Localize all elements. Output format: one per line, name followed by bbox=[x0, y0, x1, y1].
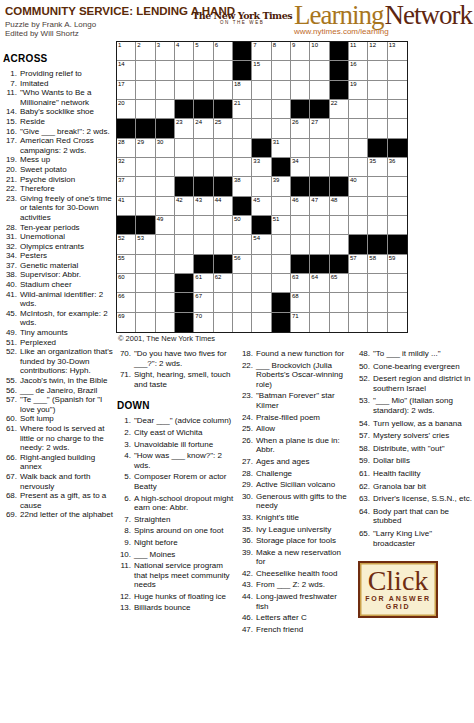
cell-r6c1[interactable]: 28 bbox=[117, 139, 136, 158]
cell-r8c15[interactable] bbox=[388, 177, 407, 196]
cell-r7c11[interactable] bbox=[310, 158, 329, 177]
clue-text: Composer Rorem or actor Beatty bbox=[134, 472, 236, 491]
clue-number: 6. bbox=[117, 494, 131, 513]
clue-57: 57."Te ___" (Spanish for "I love you") bbox=[3, 395, 115, 414]
clue-number: 36. bbox=[239, 536, 253, 546]
cell-r7c6[interactable] bbox=[214, 158, 233, 177]
cell-r9c5[interactable]: 43 bbox=[194, 197, 213, 216]
cell-r7c10[interactable]: 34 bbox=[291, 158, 310, 177]
cell-r1c1[interactable]: 1 bbox=[117, 42, 136, 61]
cell-r12c2[interactable] bbox=[136, 255, 155, 274]
cell-r13c5[interactable]: 61 bbox=[194, 274, 213, 293]
cell-r12c14[interactable]: 58 bbox=[368, 255, 387, 274]
cell-r6c4[interactable] bbox=[175, 139, 194, 158]
cell-r6c7[interactable] bbox=[233, 139, 252, 158]
cell-r15c14[interactable] bbox=[368, 313, 387, 332]
clue-6: 6.A high-school dropout might earn one: … bbox=[117, 494, 236, 513]
cell-r5c4[interactable]: 23 bbox=[175, 119, 194, 138]
clue-number: 38. bbox=[3, 270, 17, 280]
clue-number: 46. bbox=[239, 613, 253, 623]
cell-r13c3[interactable] bbox=[156, 274, 175, 293]
clue-text: "Give ___ break!": 2 wds. bbox=[20, 127, 115, 137]
cell-r12c15[interactable]: 59 bbox=[388, 255, 407, 274]
cell-r6c12[interactable] bbox=[330, 139, 349, 158]
cell-number: 32 bbox=[118, 158, 125, 165]
cell-r10c14[interactable] bbox=[368, 216, 387, 235]
clue-text: 22nd letter of the alphabet bbox=[20, 510, 115, 520]
cell-r14c2[interactable] bbox=[136, 293, 155, 312]
cell-number: 15 bbox=[253, 61, 260, 68]
black-cell-r5c1 bbox=[117, 119, 136, 138]
cell-r11c11[interactable] bbox=[310, 235, 329, 254]
clue-52: 52.Like an organization that's funded by… bbox=[3, 347, 115, 376]
cell-r3c6[interactable] bbox=[214, 81, 233, 100]
cell-r13c14[interactable] bbox=[368, 274, 387, 293]
clue-text: Present as a gift, as to a cause bbox=[20, 491, 115, 510]
cell-r5c12[interactable] bbox=[330, 119, 349, 138]
cell-r15c6[interactable] bbox=[214, 313, 233, 332]
black-cell-r10c8 bbox=[252, 216, 271, 235]
clue-4: 4."How was ___ know?": 2 wds. bbox=[117, 451, 236, 470]
cell-r7c12[interactable] bbox=[330, 158, 349, 177]
cell-r2c6[interactable] bbox=[214, 61, 233, 80]
down-clues-part2: 18.Found a new function for22.___ Brocko… bbox=[239, 349, 351, 634]
clue-text: Where food is served at little or no cha… bbox=[20, 424, 115, 453]
clue-18: 18.Found a new function for bbox=[239, 349, 351, 359]
cell-r2c3[interactable] bbox=[156, 61, 175, 80]
cell-r13c13[interactable] bbox=[349, 274, 368, 293]
clue-23: 23.Giving freely of one's time or talent… bbox=[3, 194, 115, 223]
cell-r5c8[interactable] bbox=[252, 119, 271, 138]
cell-number: 28 bbox=[118, 139, 125, 146]
cell-r9c1[interactable]: 41 bbox=[117, 197, 136, 216]
cell-r13c6[interactable]: 62 bbox=[214, 274, 233, 293]
cell-number: 11 bbox=[350, 42, 356, 49]
cell-r10c9[interactable]: 51 bbox=[272, 216, 291, 235]
cell-r13c12[interactable]: 65 bbox=[330, 274, 349, 293]
cell-r1c8[interactable]: 7 bbox=[252, 42, 271, 61]
cell-r5c13[interactable] bbox=[349, 119, 368, 138]
clue-number: 34. bbox=[3, 251, 17, 261]
cell-r10c11[interactable] bbox=[310, 216, 329, 235]
cell-r14c5[interactable]: 67 bbox=[194, 293, 213, 312]
cell-r11c10[interactable] bbox=[291, 235, 310, 254]
cell-r3c14[interactable] bbox=[368, 81, 387, 100]
cell-r1c5[interactable]: 5 bbox=[194, 42, 213, 61]
clue-text: National service program that helps meet… bbox=[134, 561, 236, 590]
cell-r4c3[interactable] bbox=[156, 100, 175, 119]
cell-r14c14[interactable] bbox=[368, 293, 387, 312]
clue-text: Therefore bbox=[20, 184, 115, 194]
clue-number: 28. bbox=[239, 469, 253, 479]
clue-36: 36.Storage place for tools bbox=[239, 536, 351, 546]
clue-20: 20.Sweet potato bbox=[3, 165, 115, 175]
cell-r6c10[interactable] bbox=[291, 139, 310, 158]
clue-text: "Dear ___" (advice column) bbox=[134, 416, 236, 426]
cell-r8c14[interactable] bbox=[368, 177, 387, 196]
cell-r1c13[interactable]: 11 bbox=[349, 42, 368, 61]
cell-r3c8[interactable] bbox=[252, 81, 271, 100]
cell-number: 33 bbox=[253, 158, 260, 165]
cell-r14c13[interactable] bbox=[349, 293, 368, 312]
cell-r2c4[interactable] bbox=[175, 61, 194, 80]
cell-r13c8[interactable] bbox=[252, 274, 271, 293]
cell-r10c13[interactable] bbox=[349, 216, 368, 235]
cell-r14c8[interactable] bbox=[252, 293, 271, 312]
clue-number: 44. bbox=[239, 592, 253, 611]
cell-r4c9[interactable] bbox=[272, 100, 291, 119]
clue-text: Psyche division bbox=[20, 175, 115, 185]
cell-r7c8[interactable]: 33 bbox=[252, 158, 271, 177]
clue-text: McIntosh, for example: 2 wds. bbox=[20, 309, 115, 328]
cell-number: 66 bbox=[118, 293, 125, 300]
cell-number: 45 bbox=[253, 197, 260, 204]
cell-r12c3[interactable] bbox=[156, 255, 175, 274]
cell-r2c10[interactable] bbox=[291, 61, 310, 80]
clue-14: 14.Baby's socklike shoe bbox=[3, 107, 115, 117]
cell-r12c7[interactable]: 56 bbox=[233, 255, 252, 274]
cell-r4c14[interactable] bbox=[368, 100, 387, 119]
cell-r13c1[interactable]: 60 bbox=[117, 274, 136, 293]
cell-r9c3[interactable] bbox=[156, 197, 175, 216]
clue-28: 28.Challenge bbox=[239, 469, 351, 479]
clue-text: Pesters bbox=[20, 251, 115, 261]
clue-number: 22. bbox=[3, 184, 17, 194]
cell-r11c4[interactable] bbox=[175, 235, 194, 254]
cell-r15c8[interactable] bbox=[252, 313, 271, 332]
black-cell-r3c12 bbox=[330, 81, 349, 100]
clue-64: 64.Body part that can be stubbed bbox=[356, 507, 473, 526]
cell-r7c5[interactable] bbox=[194, 158, 213, 177]
cell-r9c11[interactable]: 47 bbox=[310, 197, 329, 216]
clue-number: 41. bbox=[3, 290, 17, 309]
cell-number: 67 bbox=[195, 293, 202, 300]
cell-r11c6[interactable] bbox=[214, 235, 233, 254]
cell-r10c7[interactable]: 50 bbox=[233, 216, 252, 235]
cell-r15c12[interactable] bbox=[330, 313, 349, 332]
cell-r3c3[interactable] bbox=[156, 81, 175, 100]
cell-r6c11[interactable] bbox=[310, 139, 329, 158]
cell-r4c13[interactable] bbox=[349, 100, 368, 119]
clue-text: From ___ Z: 2 wds. bbox=[256, 580, 351, 590]
cell-r1c14[interactable]: 12 bbox=[368, 42, 387, 61]
answer-button-click-text: Click bbox=[362, 567, 434, 594]
cell-r9c15[interactable] bbox=[388, 197, 407, 216]
cell-r11c1[interactable]: 52 bbox=[117, 235, 136, 254]
black-cell-r15c9 bbox=[272, 313, 291, 332]
cell-r6c13[interactable] bbox=[349, 139, 368, 158]
cell-r4c1[interactable]: 20 bbox=[117, 100, 136, 119]
cell-r5c14[interactable] bbox=[368, 119, 387, 138]
clue-34: 34.Pesters bbox=[3, 251, 115, 261]
clue-22: 22.Therefore bbox=[3, 184, 115, 194]
cell-r3c9[interactable] bbox=[272, 81, 291, 100]
cell-r7c7[interactable] bbox=[233, 158, 252, 177]
cell-r10c6[interactable] bbox=[214, 216, 233, 235]
cell-r7c4[interactable] bbox=[175, 158, 194, 177]
cell-r7c14[interactable]: 35 bbox=[368, 158, 387, 177]
clue-text: Cone-bearing evergreen bbox=[373, 362, 473, 372]
black-cell-r8c12 bbox=[330, 177, 349, 196]
cell-r4c2[interactable] bbox=[136, 100, 155, 119]
cell-r12c8[interactable] bbox=[252, 255, 271, 274]
answer-grid-button[interactable]: Click FOR ANSWER GRID bbox=[358, 561, 438, 618]
cell-r5c10[interactable]: 26 bbox=[291, 119, 310, 138]
cell-r12c9[interactable] bbox=[272, 255, 291, 274]
cell-r2c5[interactable] bbox=[194, 61, 213, 80]
clue-number: 12. bbox=[117, 592, 131, 602]
clue-text: Granola bar bit bbox=[373, 482, 473, 492]
cell-r13c11[interactable]: 64 bbox=[310, 274, 329, 293]
clue-1: 1."Dear ___" (advice column) bbox=[117, 416, 236, 426]
clue-text: Desert region and district in southern I… bbox=[373, 374, 473, 393]
cell-r3c13[interactable]: 19 bbox=[349, 81, 368, 100]
cell-r3c15[interactable] bbox=[388, 81, 407, 100]
cell-r14c11[interactable] bbox=[310, 293, 329, 312]
cell-r4c12[interactable]: 22 bbox=[330, 100, 349, 119]
cell-r6c5[interactable] bbox=[194, 139, 213, 158]
black-cell-r14c9 bbox=[272, 293, 291, 312]
clue-text: Spins around on one foot bbox=[134, 526, 236, 536]
cell-r10c5[interactable] bbox=[194, 216, 213, 235]
cell-number: 12 bbox=[369, 42, 376, 49]
clue-text: Turn yellow, as a banana bbox=[373, 419, 473, 429]
cell-r4c8[interactable] bbox=[252, 100, 271, 119]
cell-r5c15[interactable] bbox=[388, 119, 407, 138]
cell-r15c15[interactable] bbox=[388, 313, 407, 332]
cell-r8c1[interactable]: 37 bbox=[117, 177, 136, 196]
cell-number: 22 bbox=[331, 100, 338, 107]
cell-number: 70 bbox=[195, 313, 202, 320]
cell-r1c9[interactable]: 8 bbox=[272, 42, 291, 61]
cell-r9c14[interactable] bbox=[368, 197, 387, 216]
cell-r3c5[interactable] bbox=[194, 81, 213, 100]
clue-number: 28. bbox=[3, 223, 17, 233]
cell-r15c1[interactable]: 69 bbox=[117, 313, 136, 332]
cell-r11c8[interactable]: 54 bbox=[252, 235, 271, 254]
cell-r9c4[interactable]: 42 bbox=[175, 197, 194, 216]
cell-r13c7[interactable] bbox=[233, 274, 252, 293]
cell-r14c10[interactable]: 68 bbox=[291, 293, 310, 312]
cell-r15c11[interactable] bbox=[310, 313, 329, 332]
cell-r15c5[interactable]: 70 bbox=[194, 313, 213, 332]
cell-r7c1[interactable]: 32 bbox=[117, 158, 136, 177]
clue-number: 63. bbox=[356, 494, 370, 504]
cell-r5c11[interactable]: 27 bbox=[310, 119, 329, 138]
cell-r11c2[interactable]: 53 bbox=[136, 235, 155, 254]
cell-r14c12[interactable] bbox=[330, 293, 349, 312]
cell-r2c2[interactable] bbox=[136, 61, 155, 80]
clue-7: 7.Straighten bbox=[117, 515, 236, 525]
cell-r14c3[interactable] bbox=[156, 293, 175, 312]
cell-r14c15[interactable] bbox=[388, 293, 407, 312]
cell-r13c9[interactable] bbox=[272, 274, 291, 293]
cell-r3c2[interactable] bbox=[136, 81, 155, 100]
cell-r5c6[interactable]: 25 bbox=[214, 119, 233, 138]
cell-r5c9[interactable] bbox=[272, 119, 291, 138]
black-cell-r2c12 bbox=[330, 61, 349, 80]
cell-r9c10[interactable]: 46 bbox=[291, 197, 310, 216]
cell-r15c13[interactable] bbox=[349, 313, 368, 332]
black-cell-r5c2 bbox=[136, 119, 155, 138]
cell-r11c3[interactable] bbox=[156, 235, 175, 254]
cell-r12c13[interactable]: 57 bbox=[349, 255, 368, 274]
cell-r2c15[interactable] bbox=[388, 61, 407, 80]
cell-r6c3[interactable]: 30 bbox=[156, 139, 175, 158]
cell-r7c13[interactable] bbox=[349, 158, 368, 177]
clue-63: 63.Driver's license, S.S.N., etc. bbox=[356, 494, 473, 504]
cell-r13c15[interactable] bbox=[388, 274, 407, 293]
cell-r15c7[interactable] bbox=[233, 313, 252, 332]
clue-text: Praise-filled poem bbox=[256, 413, 351, 423]
cell-r4c15[interactable] bbox=[388, 100, 407, 119]
cell-r1c3[interactable]: 3 bbox=[156, 42, 175, 61]
cell-number: 7 bbox=[253, 42, 256, 49]
clue-text: American Red Cross campaigns: 2 wds. bbox=[20, 136, 115, 155]
cell-r7c3[interactable] bbox=[156, 158, 175, 177]
clue-number: 47. bbox=[239, 625, 253, 635]
clue-24: 24.Praise-filled poem bbox=[239, 413, 351, 423]
cell-r2c14[interactable] bbox=[368, 61, 387, 80]
cell-r9c6[interactable]: 44 bbox=[214, 197, 233, 216]
clue-text: Perplexed bbox=[20, 338, 115, 348]
cell-r5c7[interactable] bbox=[233, 119, 252, 138]
cell-r15c2[interactable] bbox=[136, 313, 155, 332]
cell-r11c9[interactable] bbox=[272, 235, 291, 254]
clue-text: Wild-animal identifier: 2 wds. bbox=[20, 290, 115, 309]
cell-r2c9[interactable] bbox=[272, 61, 291, 80]
cell-r15c3[interactable] bbox=[156, 313, 175, 332]
cell-number: 10 bbox=[311, 42, 318, 49]
cell-r13c2[interactable] bbox=[136, 274, 155, 293]
clue-11: 11."Who Wants to Be a Millionaire" netwo… bbox=[3, 88, 115, 107]
cell-r3c7[interactable]: 18 bbox=[233, 81, 252, 100]
cell-r8c2[interactable] bbox=[136, 177, 155, 196]
clue-text: "___ Mio" (Italian song standard): 2 wds… bbox=[373, 396, 473, 415]
cell-r7c2[interactable] bbox=[136, 158, 155, 177]
cell-r2c13[interactable]: 16 bbox=[349, 61, 368, 80]
black-cell-r6c14 bbox=[368, 139, 387, 158]
cell-r2c11[interactable] bbox=[310, 61, 329, 80]
nyt-learning-network-logo: The New York Times ON THE WEB Learning N… bbox=[206, 3, 472, 36]
cell-number: 63 bbox=[292, 274, 299, 281]
cell-r1c6[interactable]: 6 bbox=[214, 42, 233, 61]
clue-text: Providing relief to bbox=[20, 69, 115, 79]
clue-text: Like an organization that's funded by 30… bbox=[20, 347, 115, 376]
cell-r9c12[interactable]: 48 bbox=[330, 197, 349, 216]
clue-text: Storage place for tools bbox=[256, 536, 351, 546]
cell-r11c12[interactable] bbox=[330, 235, 349, 254]
clue-text: Allow bbox=[256, 424, 351, 434]
cell-r6c2[interactable]: 29 bbox=[136, 139, 155, 158]
cell-r8c8[interactable] bbox=[252, 177, 271, 196]
cell-r1c10[interactable]: 9 bbox=[291, 42, 310, 61]
cell-r6c6[interactable] bbox=[214, 139, 233, 158]
clue-44: 44.Long-jawed freshwater fish bbox=[239, 592, 351, 611]
cell-r14c6[interactable] bbox=[214, 293, 233, 312]
clue-number: 55. bbox=[3, 376, 17, 386]
clue-28: 28.Ten-year periods bbox=[3, 223, 115, 233]
cell-r11c7[interactable] bbox=[233, 235, 252, 254]
black-cell-r6c15 bbox=[388, 139, 407, 158]
cell-r12c1[interactable]: 55 bbox=[117, 255, 136, 274]
cell-r9c9[interactable] bbox=[272, 197, 291, 216]
cell-r2c1[interactable]: 14 bbox=[117, 61, 136, 80]
cell-r10c12[interactable] bbox=[330, 216, 349, 235]
cell-r9c2[interactable] bbox=[136, 197, 155, 216]
clue-number: 4. bbox=[117, 451, 131, 470]
cell-r8c13[interactable]: 40 bbox=[349, 177, 368, 196]
cell-number: 14 bbox=[118, 61, 125, 68]
cell-r7c15[interactable]: 36 bbox=[388, 158, 407, 177]
black-cell-r12c10 bbox=[291, 255, 310, 274]
clue-number: 2. bbox=[117, 428, 131, 438]
cell-r1c11[interactable]: 10 bbox=[310, 42, 329, 61]
black-cell-r1c12 bbox=[330, 42, 349, 61]
cell-r3c11[interactable] bbox=[310, 81, 329, 100]
across-clues-part2: 70."Do you have two fives for ___?": 2 w… bbox=[117, 349, 236, 389]
cell-r2c8[interactable]: 15 bbox=[252, 61, 271, 80]
clue-text: ___ de Janeiro, Brazil bbox=[20, 386, 115, 396]
cell-r14c7[interactable] bbox=[233, 293, 252, 312]
black-cell-r14c4 bbox=[175, 293, 194, 312]
cell-number: 36 bbox=[389, 158, 396, 165]
black-cell-r12c11 bbox=[310, 255, 329, 274]
cell-r1c2[interactable]: 2 bbox=[136, 42, 155, 61]
cell-r15c10[interactable]: 71 bbox=[291, 313, 310, 332]
cell-r8c7[interactable]: 38 bbox=[233, 177, 252, 196]
clue-text: "Do you have two fives for ___?": 2 wds. bbox=[134, 349, 236, 368]
clue-number: 23. bbox=[239, 391, 253, 410]
cell-r3c10[interactable] bbox=[291, 81, 310, 100]
clue-43: 43.From ___ Z: 2 wds. bbox=[239, 580, 351, 590]
clue-69: 69.22nd letter of the alphabet bbox=[3, 510, 115, 520]
cell-r3c4[interactable] bbox=[175, 81, 194, 100]
cell-r3c1[interactable]: 17 bbox=[117, 81, 136, 100]
cell-r10c3[interactable]: 49 bbox=[156, 216, 175, 235]
cell-r9c8[interactable]: 45 bbox=[252, 197, 271, 216]
clue-16: 16."Give ___ break!": 2 wds. bbox=[3, 127, 115, 137]
cell-r12c4[interactable] bbox=[175, 255, 194, 274]
cell-r14c1[interactable]: 66 bbox=[117, 293, 136, 312]
clue-32: 32.Olympics entrants bbox=[3, 242, 115, 252]
cell-r1c4[interactable]: 4 bbox=[175, 42, 194, 61]
clue-text: Ages and ages bbox=[256, 457, 351, 467]
cell-r10c10[interactable] bbox=[291, 216, 310, 235]
clue-text: French friend bbox=[256, 625, 351, 635]
clue-49: 49.Tiny amounts bbox=[3, 328, 115, 338]
black-cell-r11c13 bbox=[349, 235, 368, 254]
clue-text: Challenge bbox=[256, 469, 351, 479]
cell-number: 48 bbox=[331, 197, 338, 204]
clue-text: "Who Wants to Be a Millionaire" network bbox=[20, 88, 115, 107]
cell-r4c7[interactable]: 21 bbox=[233, 100, 252, 119]
clue-text: Straighten bbox=[134, 515, 236, 525]
cell-r10c15[interactable] bbox=[388, 216, 407, 235]
cell-r8c3[interactable] bbox=[156, 177, 175, 196]
cell-r13c10[interactable]: 63 bbox=[291, 274, 310, 293]
cell-r1c15[interactable]: 13 bbox=[388, 42, 407, 61]
cell-r9c13[interactable] bbox=[349, 197, 368, 216]
cell-r10c4[interactable] bbox=[175, 216, 194, 235]
clue-number: 51. bbox=[3, 338, 17, 348]
cell-r8c9[interactable]: 39 bbox=[272, 177, 291, 196]
cell-r6c9[interactable]: 31 bbox=[272, 139, 291, 158]
clue-58: 58.Distribute, with "out" bbox=[356, 444, 473, 454]
cell-r11c5[interactable] bbox=[194, 235, 213, 254]
black-cell-r8c10 bbox=[291, 177, 310, 196]
cell-r5c5[interactable]: 24 bbox=[194, 119, 213, 138]
